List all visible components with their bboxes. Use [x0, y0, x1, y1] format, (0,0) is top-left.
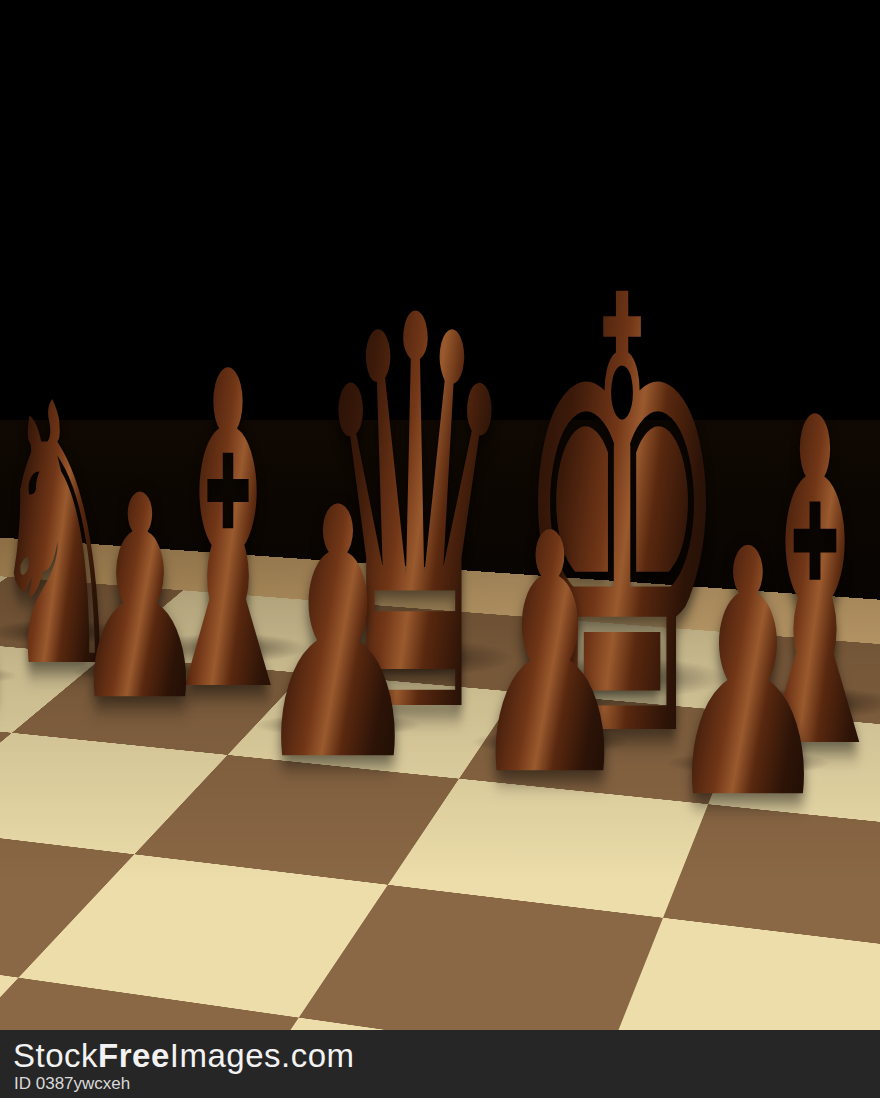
stock-photo-stage: ♞♝♛♚♝♟♟♟♟♟ StockFreeImages.com ID 0387yw… — [0, 0, 880, 1098]
piece-pawn-d7: ♟ — [253, 463, 423, 808]
chess-photo: ♞♝♛♚♝♟♟♟♟♟ — [0, 0, 880, 1030]
watermark-site-part2: Free — [98, 1037, 170, 1074]
watermark-image-id: ID 0387ywcxeh — [14, 1074, 130, 1094]
watermark-site-part1: Stock — [13, 1037, 98, 1074]
piece-pawn-c7: ♟ — [71, 459, 209, 739]
piece-pawn-f7: ♟ — [664, 505, 832, 845]
watermark-site-text: StockFreeImages.com — [13, 1037, 355, 1075]
watermark-bar: StockFreeImages.com ID 0387ywcxeh — [0, 1030, 880, 1098]
piece-pawn-e7: ♟ — [469, 491, 632, 821]
watermark-site-part3: Images.com — [170, 1037, 355, 1074]
piece-pawn-b7: ♟ — [0, 447, 19, 747]
piece-layer: ♞♝♛♚♝♟♟♟♟♟ — [0, 0, 880, 1030]
